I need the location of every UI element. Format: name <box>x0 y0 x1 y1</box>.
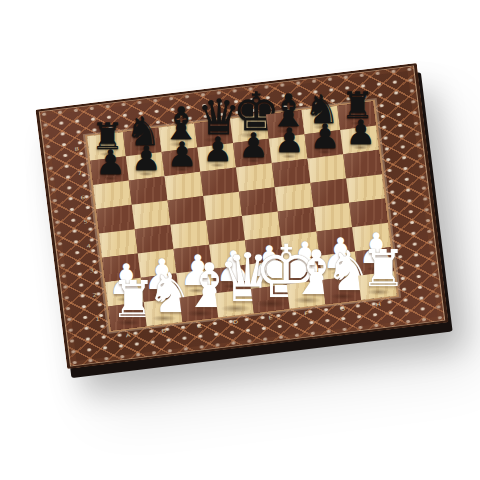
file-label-h: H <box>376 302 382 308</box>
square-d1: ♛ <box>215 289 254 318</box>
rank-label-8: 8 <box>74 146 79 152</box>
file-label-b: B <box>161 328 166 334</box>
chess-board: ♜♞♝♛♚♝♞♜♟♟♟♟♟♟♟♟♟♟♟♟♟♟♟♟♜♞♝♛♚♝♞♜ ABCDEFG… <box>36 63 449 369</box>
rank-label-4: 4 <box>86 243 91 249</box>
black-rook-h8: ♜ <box>340 87 376 124</box>
square-e1: ♚ <box>251 285 290 314</box>
black-bishop-f8: ♝ <box>268 88 304 133</box>
file-label-e: E <box>268 315 273 321</box>
square-b1: ♞ <box>144 298 183 327</box>
file-label-f: F <box>304 311 309 317</box>
chess-set-photo: ♜♞♝♛♚♝♞♜♟♟♟♟♟♟♟♟♟♟♟♟♟♟♟♟♜♞♝♛♚♝♞♜ ABCDEFG… <box>0 0 480 480</box>
rank-label-5: 5 <box>83 219 88 225</box>
board-mosaic-border: ♜♞♝♛♚♝♞♜♟♟♟♟♟♟♟♟♟♟♟♟♟♟♟♟♜♞♝♛♚♝♞♜ ABCDEFG… <box>36 63 449 369</box>
square-c1: ♝ <box>179 293 218 322</box>
file-label-c: C <box>197 324 203 330</box>
black-rook-a8: ♜ <box>90 118 126 155</box>
rank-label-6: 6 <box>80 195 85 201</box>
file-label-a: A <box>125 332 130 338</box>
square-h1: ♜ <box>358 271 397 300</box>
square-f1: ♝ <box>287 280 326 309</box>
black-knight-b8: ♞ <box>125 111 161 151</box>
rank-label-1: 1 <box>95 316 100 322</box>
board-grid: ♜♞♝♛♚♝♞♜♟♟♟♟♟♟♟♟♟♟♟♟♟♟♟♟♜♞♝♛♚♝♞♜ <box>87 101 397 330</box>
rank-label-3: 3 <box>89 268 94 274</box>
rank-label-2: 2 <box>92 292 97 298</box>
black-queen-d8: ♛ <box>197 93 233 142</box>
black-king-e8: ♚ <box>233 85 269 138</box>
file-label-d: D <box>233 319 239 325</box>
black-bishop-c8: ♝ <box>161 101 197 146</box>
square-g1: ♞ <box>322 276 361 305</box>
square-a1: ♜ <box>108 302 147 331</box>
file-label-g: G <box>340 306 346 312</box>
black-knight-g8: ♞ <box>304 89 340 129</box>
rank-label-7: 7 <box>77 171 82 177</box>
